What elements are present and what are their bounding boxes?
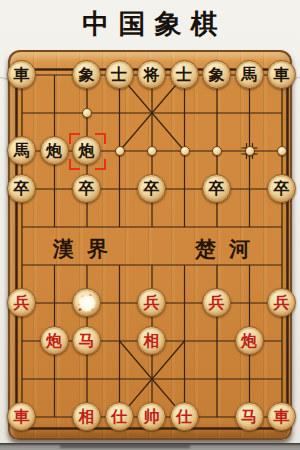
piece-black-soldier[interactable]: 卒 bbox=[202, 174, 231, 203]
piece-black-horse[interactable]: 馬 bbox=[235, 60, 264, 89]
piece-black-advisor[interactable]: 士 bbox=[170, 60, 199, 89]
piece-black-general[interactable]: 将 bbox=[137, 60, 166, 89]
legal-move-dot[interactable] bbox=[180, 146, 190, 156]
app-window: 中国象棋 漢界 楚河 車象士将士象馬車馬炮炮卒卒卒卒卒兵兵兵兵兵炮马相炮車相仕帅… bbox=[0, 0, 300, 450]
page-title: 中国象棋 bbox=[0, 6, 300, 42]
piece-black-soldier[interactable]: 卒 bbox=[72, 174, 101, 203]
piece-black-horse[interactable]: 馬 bbox=[7, 136, 36, 165]
pieces-layer: 車象士将士象馬車馬炮炮卒卒卒卒卒兵兵兵兵兵炮马相炮車相仕帅仕马車 bbox=[10, 52, 294, 442]
piece-black-soldier[interactable]: 卒 bbox=[137, 174, 166, 203]
legal-move-dot[interactable] bbox=[115, 146, 125, 156]
window-edge bbox=[0, 443, 300, 450]
piece-black-elephant[interactable]: 象 bbox=[202, 60, 231, 89]
piece-red-horse[interactable]: 马 bbox=[235, 402, 264, 431]
piece-red-chariot[interactable]: 車 bbox=[267, 402, 296, 431]
piece-red-chariot[interactable]: 車 bbox=[7, 402, 36, 431]
legal-move-dot[interactable] bbox=[212, 146, 222, 156]
piece-red-elephant[interactable]: 相 bbox=[72, 402, 101, 431]
piece-red-soldier[interactable]: 兵 bbox=[202, 288, 231, 317]
piece-black-chariot[interactable]: 車 bbox=[7, 60, 36, 89]
piece-black-elephant[interactable]: 象 bbox=[72, 60, 101, 89]
piece-red-soldier[interactable]: 兵 bbox=[267, 288, 296, 317]
piece-red-general[interactable]: 帅 bbox=[137, 402, 166, 431]
piece-red-soldier[interactable]: 兵 bbox=[137, 288, 166, 317]
legal-move-dot[interactable] bbox=[147, 146, 157, 156]
piece-black-soldier[interactable]: 卒 bbox=[267, 174, 296, 203]
piece-black-cannon[interactable]: 炮 bbox=[72, 136, 101, 165]
piece-red-elephant[interactable]: 相 bbox=[137, 326, 166, 355]
xiangqi-board[interactable]: 漢界 楚河 車象士将士象馬車馬炮炮卒卒卒卒卒兵兵兵兵兵炮马相炮車相仕帅仕马車 bbox=[8, 50, 292, 440]
piece-black-chariot[interactable]: 車 bbox=[267, 60, 296, 89]
piece-red-horse[interactable]: 马 bbox=[72, 326, 101, 355]
piece-red-advisor[interactable]: 仕 bbox=[170, 402, 199, 431]
piece-red-cannon[interactable]: 炮 bbox=[40, 326, 69, 355]
piece-red-soldier[interactable]: 兵 bbox=[7, 288, 36, 317]
legal-move-dot[interactable] bbox=[277, 146, 287, 156]
piece-glare-highlight bbox=[78, 294, 96, 312]
piece-black-advisor[interactable]: 士 bbox=[105, 60, 134, 89]
piece-red-advisor[interactable]: 仕 bbox=[105, 402, 134, 431]
piece-red-cannon[interactable]: 炮 bbox=[235, 326, 264, 355]
piece-black-cannon[interactable]: 炮 bbox=[40, 136, 69, 165]
legal-move-dot[interactable] bbox=[245, 146, 255, 156]
piece-red-soldier[interactable]: 兵 bbox=[72, 288, 101, 317]
legal-move-dot[interactable] bbox=[82, 108, 92, 118]
piece-black-soldier[interactable]: 卒 bbox=[7, 174, 36, 203]
